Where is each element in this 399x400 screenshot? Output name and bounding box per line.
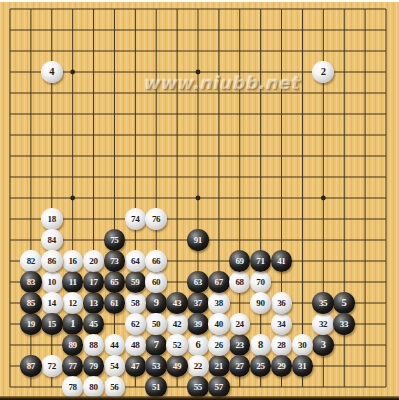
stone-black-87: 87	[20, 355, 42, 377]
stone-white-14: 14	[41, 292, 63, 314]
stone-white-60: 60	[145, 271, 167, 293]
stone-black-53: 53	[145, 355, 167, 377]
stone-white-10: 10	[41, 271, 63, 293]
stone-black-35: 35	[312, 292, 334, 314]
stone-white-78: 78	[62, 376, 84, 398]
stone-black-91: 91	[187, 229, 209, 251]
stone-black-23: 23	[229, 334, 251, 356]
stone-white-80: 80	[83, 376, 105, 398]
stone-black-15: 15	[41, 313, 63, 335]
image-bottom-edge	[0, 396, 399, 400]
stone-white-84: 84	[41, 229, 63, 251]
stone-black-31: 31	[292, 355, 314, 377]
stone-white-88: 88	[83, 334, 105, 356]
stone-black-43: 43	[166, 292, 188, 314]
stone-black-33: 33	[333, 313, 355, 335]
go-board: www.niubb.net 12345678910111213141516171…	[0, 0, 399, 400]
stone-black-39: 39	[187, 313, 209, 335]
stone-white-12: 12	[62, 292, 84, 314]
stone-white-34: 34	[271, 313, 293, 335]
stone-white-2: 2	[312, 61, 334, 83]
stone-white-30: 30	[292, 334, 314, 356]
stone-white-26: 26	[208, 334, 230, 356]
stone-black-49: 49	[166, 355, 188, 377]
stone-white-62: 62	[125, 313, 147, 335]
stone-black-83: 83	[20, 271, 42, 293]
stone-white-4: 4	[41, 61, 63, 83]
stone-black-71: 71	[250, 250, 272, 272]
stone-black-61: 61	[104, 292, 126, 314]
stone-black-55: 55	[187, 376, 209, 398]
stone-white-18: 18	[41, 208, 63, 230]
stone-white-40: 40	[208, 313, 230, 335]
stone-black-45: 45	[83, 313, 105, 335]
stone-black-3: 3	[312, 334, 334, 356]
stone-white-64: 64	[125, 250, 147, 272]
stone-white-42: 42	[166, 313, 188, 335]
stone-white-82: 82	[20, 250, 42, 272]
stone-black-73: 73	[104, 250, 126, 272]
stone-black-1: 1	[62, 313, 84, 335]
stone-black-27: 27	[229, 355, 251, 377]
stone-black-9: 9	[145, 292, 167, 314]
stone-white-8: 8	[250, 334, 272, 356]
stone-black-5: 5	[333, 292, 355, 314]
stone-black-79: 79	[83, 355, 105, 377]
stone-black-17: 17	[83, 271, 105, 293]
stone-black-13: 13	[83, 292, 105, 314]
stone-white-54: 54	[104, 355, 126, 377]
stone-white-76: 76	[145, 208, 167, 230]
stone-white-50: 50	[145, 313, 167, 335]
stone-black-29: 29	[271, 355, 293, 377]
stone-black-21: 21	[208, 355, 230, 377]
stone-white-44: 44	[104, 334, 126, 356]
stone-black-7: 7	[145, 334, 167, 356]
stone-black-67: 67	[208, 271, 230, 293]
stone-black-47: 47	[125, 355, 147, 377]
stone-black-37: 37	[187, 292, 209, 314]
stone-white-20: 20	[83, 250, 105, 272]
stone-white-6: 6	[187, 334, 209, 356]
stone-white-68: 68	[229, 271, 251, 293]
stone-white-32: 32	[312, 313, 334, 335]
stone-black-59: 59	[125, 271, 147, 293]
stone-white-16: 16	[62, 250, 84, 272]
stone-white-48: 48	[125, 334, 147, 356]
stone-black-75: 75	[104, 229, 126, 251]
stone-white-36: 36	[271, 292, 293, 314]
stone-white-24: 24	[229, 313, 251, 335]
stone-black-19: 19	[20, 313, 42, 335]
stone-white-38: 38	[208, 292, 230, 314]
stone-white-74: 74	[125, 208, 147, 230]
stone-white-22: 22	[187, 355, 209, 377]
stone-black-89: 89	[62, 334, 84, 356]
stone-black-41: 41	[271, 250, 293, 272]
stone-black-85: 85	[20, 292, 42, 314]
stone-white-66: 66	[145, 250, 167, 272]
stone-white-90: 90	[250, 292, 272, 314]
stone-white-86: 86	[41, 250, 63, 272]
stone-white-56: 56	[104, 376, 126, 398]
stone-white-58: 58	[125, 292, 147, 314]
stone-white-52: 52	[166, 334, 188, 356]
stones-layer: 1234567891011121314151617181920212223242…	[0, 0, 396, 398]
stone-black-51: 51	[145, 376, 167, 398]
stone-black-11: 11	[62, 271, 84, 293]
stone-black-65: 65	[104, 271, 126, 293]
stone-black-69: 69	[229, 250, 251, 272]
stone-white-70: 70	[250, 271, 272, 293]
stone-black-63: 63	[187, 271, 209, 293]
stone-white-28: 28	[271, 334, 293, 356]
stone-black-25: 25	[250, 355, 272, 377]
stone-white-72: 72	[41, 355, 63, 377]
stone-black-57: 57	[208, 376, 230, 398]
stone-black-77: 77	[62, 355, 84, 377]
image-top-edge	[0, 0, 399, 2]
